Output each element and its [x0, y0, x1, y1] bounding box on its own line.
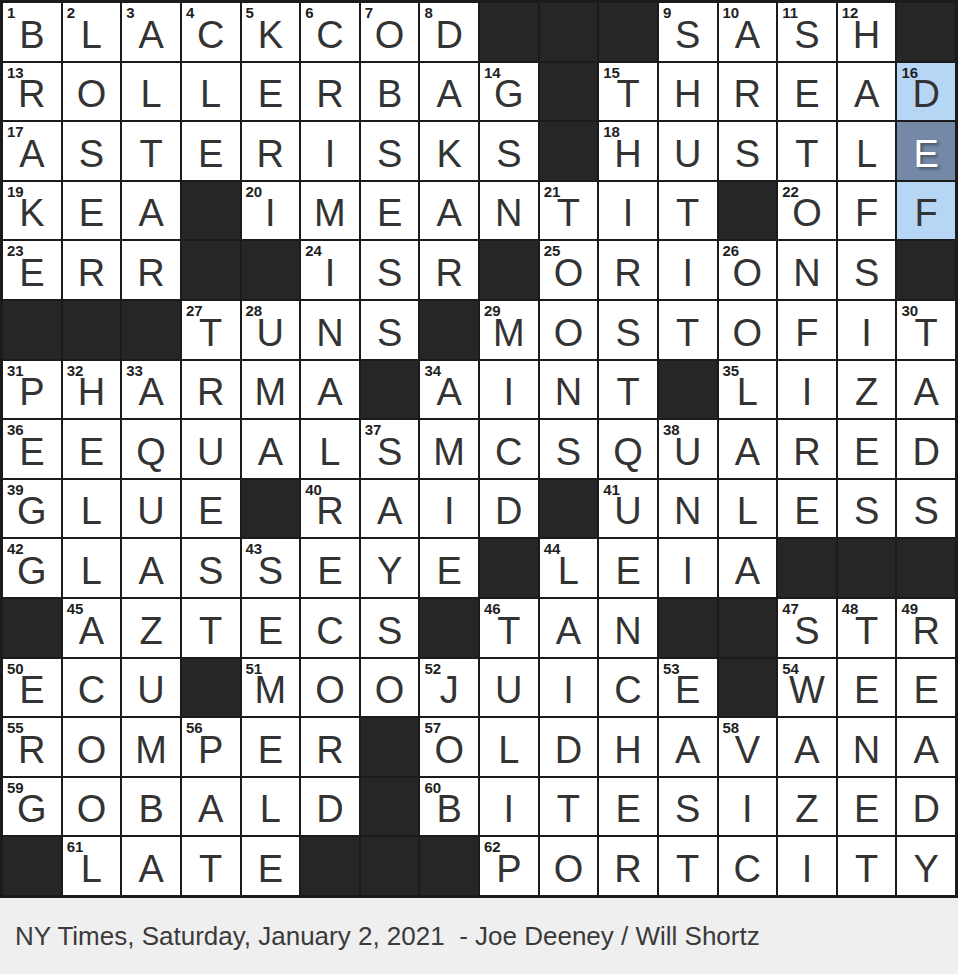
cell-letter: T: [480, 612, 538, 650]
cell-letter: S: [599, 314, 657, 352]
black-cell: [361, 778, 419, 836]
grid-cell[interactable]: 29M: [480, 301, 538, 359]
grid-cell[interactable]: S: [361, 241, 419, 299]
cell-letter: L: [63, 850, 121, 888]
grid-cell[interactable]: H: [659, 63, 717, 121]
grid-cell[interactable]: R: [242, 122, 300, 180]
cell-letter: U: [599, 492, 657, 530]
grid-cell[interactable]: E: [838, 420, 896, 478]
grid-cell[interactable]: S: [599, 301, 657, 359]
cell-letter: S: [480, 135, 538, 173]
cell-letter: J: [420, 671, 478, 709]
cell-letter: R: [122, 254, 180, 292]
cell-letter: E: [361, 194, 419, 232]
grid-cell[interactable]: R: [599, 241, 657, 299]
grid-cell[interactable]: 31P: [3, 361, 61, 419]
grid-cell[interactable]: U: [182, 420, 240, 478]
cell-letter: C: [63, 671, 121, 709]
grid-cell[interactable]: 14G: [480, 63, 538, 121]
cell-letter: R: [599, 254, 657, 292]
grid-cell[interactable]: I: [719, 778, 777, 836]
cell-letter: O: [540, 254, 598, 292]
cell-letter: Y: [361, 552, 419, 590]
grid-cell[interactable]: B: [361, 63, 419, 121]
grid-cell[interactable]: O: [301, 659, 359, 717]
grid-cell[interactable]: M: [122, 718, 180, 776]
cell-letter: D: [897, 790, 955, 828]
grid-cell[interactable]: S: [182, 539, 240, 597]
grid-cell[interactable]: T: [778, 122, 836, 180]
grid-cell[interactable]: L: [182, 63, 240, 121]
cell-letter: I: [599, 194, 657, 232]
grid-cell[interactable]: 58V: [719, 718, 777, 776]
cell-letter: Q: [122, 433, 180, 471]
cell-letter: T: [838, 612, 896, 650]
black-cell: [540, 122, 598, 180]
grid-cell[interactable]: 22O: [778, 182, 836, 240]
grid-cell[interactable]: A: [838, 63, 896, 121]
cell-letter: A: [301, 373, 359, 411]
grid-cell[interactable]: 44L: [540, 539, 598, 597]
crossword-grid: 1B2L3A4C5K6C7O8D9S10A11S12H13ROLLERBA14G…: [0, 0, 958, 898]
grid-cell[interactable]: 24I: [301, 241, 359, 299]
grid-cell[interactable]: C: [719, 837, 777, 895]
grid-cell[interactable]: N: [480, 182, 538, 240]
grid-cell[interactable]: A: [182, 778, 240, 836]
grid-cell[interactable]: N: [778, 241, 836, 299]
grid-cell[interactable]: S: [719, 122, 777, 180]
grid-cell[interactable]: U: [122, 480, 180, 538]
grid-cell[interactable]: N: [659, 480, 717, 538]
grid-cell[interactable]: C: [301, 599, 359, 657]
cell-letter: H: [838, 16, 896, 54]
cell-letter: L: [719, 373, 777, 411]
grid-cell[interactable]: S: [480, 122, 538, 180]
grid-cell[interactable]: 38U: [659, 420, 717, 478]
grid-cell[interactable]: 62P: [480, 837, 538, 895]
grid-cell[interactable]: O: [63, 778, 121, 836]
cell-letter: I: [719, 790, 777, 828]
grid-cell[interactable]: F: [838, 182, 896, 240]
cell-letter: I: [838, 314, 896, 352]
cell-letter: O: [420, 731, 478, 769]
grid-cell[interactable]: E: [778, 480, 836, 538]
grid-cell[interactable]: I: [659, 241, 717, 299]
cell-letter: S: [361, 433, 419, 471]
grid-cell[interactable]: 20I: [242, 182, 300, 240]
grid-cell[interactable]: O: [63, 718, 121, 776]
grid-cell[interactable]: E: [361, 182, 419, 240]
grid-cell[interactable]: 40R: [301, 480, 359, 538]
grid-cell[interactable]: I: [778, 837, 836, 895]
grid-cell[interactable]: Y: [897, 837, 955, 895]
grid-cell[interactable]: 4C: [182, 3, 240, 61]
grid-cell[interactable]: D: [480, 480, 538, 538]
cell-letter: I: [301, 135, 359, 173]
black-cell: [897, 3, 955, 61]
grid-cell[interactable]: 42G: [3, 539, 61, 597]
grid-cell[interactable]: A: [897, 361, 955, 419]
grid-cell[interactable]: N: [540, 361, 598, 419]
grid-cell[interactable]: T: [182, 599, 240, 657]
cell-letter: E: [63, 194, 121, 232]
cell-letter: P: [480, 850, 538, 888]
grid-cell[interactable]: U: [122, 659, 180, 717]
cell-letter: K: [420, 135, 478, 173]
grid-cell[interactable]: 55R: [3, 718, 61, 776]
black-cell: [480, 539, 538, 597]
grid-cell[interactable]: D: [301, 778, 359, 836]
grid-cell[interactable]: 6C: [301, 3, 359, 61]
grid-cell[interactable]: L: [301, 420, 359, 478]
grid-cell[interactable]: R: [122, 241, 180, 299]
cell-letter: N: [778, 254, 836, 292]
grid-cell[interactable]: C: [599, 659, 657, 717]
grid-cell[interactable]: 47S: [778, 599, 836, 657]
cell-letter: S: [778, 612, 836, 650]
grid-cell[interactable]: 45A: [63, 599, 121, 657]
grid-cell[interactable]: S: [897, 480, 955, 538]
grid-cell[interactable]: S: [659, 778, 717, 836]
cell-letter: E: [778, 75, 836, 113]
grid-cell[interactable]: I: [838, 301, 896, 359]
grid-cell[interactable]: T: [122, 122, 180, 180]
cell-letter: A: [182, 790, 240, 828]
grid-cell[interactable]: 39G: [3, 480, 61, 538]
grid-cell[interactable]: 35L: [719, 361, 777, 419]
grid-cell[interactable]: S: [540, 420, 598, 478]
grid-cell[interactable]: I: [599, 182, 657, 240]
cell-letter: C: [480, 433, 538, 471]
grid-cell[interactable]: I: [420, 480, 478, 538]
grid-cell[interactable]: T: [182, 837, 240, 895]
cell-letter: N: [838, 731, 896, 769]
black-cell: [540, 3, 598, 61]
cell-letter: T: [540, 194, 598, 232]
cell-letter: O: [63, 731, 121, 769]
grid-cell[interactable]: Y: [361, 539, 419, 597]
grid-cell[interactable]: A: [242, 420, 300, 478]
grid-cell[interactable]: A: [420, 182, 478, 240]
cell-letter: S: [242, 552, 300, 590]
cell-letter: O: [361, 671, 419, 709]
grid-cell[interactable]: I: [301, 122, 359, 180]
grid-cell[interactable]: I: [540, 659, 598, 717]
grid-cell[interactable]: L: [63, 539, 121, 597]
black-cell: [63, 301, 121, 359]
grid-cell[interactable]: F: [778, 301, 836, 359]
grid-cell[interactable]: C: [63, 659, 121, 717]
cell-letter: A: [838, 75, 896, 113]
grid-cell[interactable]: 36E: [3, 420, 61, 478]
grid-cell[interactable]: Z: [778, 778, 836, 836]
cell-letter: G: [3, 492, 61, 530]
cell-letter: Q: [599, 433, 657, 471]
grid-cell[interactable]: 15T: [599, 63, 657, 121]
grid-cell[interactable]: A: [420, 63, 478, 121]
grid-cell[interactable]: O: [540, 837, 598, 895]
grid-cell[interactable]: R: [301, 718, 359, 776]
grid-cell[interactable]: 21T: [540, 182, 598, 240]
cell-letter: E: [182, 135, 240, 173]
grid-cell[interactable]: N: [838, 718, 896, 776]
grid-cell[interactable]: L: [719, 480, 777, 538]
cell-letter: T: [659, 314, 717, 352]
puzzle-caption: NY Times, Saturday, January 2, 2021 - Jo…: [0, 898, 958, 974]
grid-cell[interactable]: E: [838, 659, 896, 717]
grid-cell[interactable]: U: [659, 122, 717, 180]
cell-letter: S: [361, 254, 419, 292]
grid-cell[interactable]: 13R: [3, 63, 61, 121]
grid-cell[interactable]: 46T: [480, 599, 538, 657]
grid-cell[interactable]: I: [778, 361, 836, 419]
grid-cell[interactable]: 17A: [3, 122, 61, 180]
grid-cell[interactable]: A: [122, 837, 180, 895]
black-cell: [3, 301, 61, 359]
grid-cell[interactable]: I: [480, 361, 538, 419]
cell-letter: Z: [122, 612, 180, 650]
grid-cell[interactable]: L: [122, 63, 180, 121]
grid-cell[interactable]: R: [63, 241, 121, 299]
grid-cell[interactable]: E: [778, 63, 836, 121]
grid-cell[interactable]: E: [838, 778, 896, 836]
grid-cell[interactable]: S: [361, 301, 419, 359]
grid-cell[interactable]: E: [242, 599, 300, 657]
grid-cell[interactable]: R: [182, 361, 240, 419]
grid-cell[interactable]: 30T: [897, 301, 955, 359]
cell-letter: E: [3, 433, 61, 471]
black-cell: [182, 182, 240, 240]
grid-cell[interactable]: A: [301, 361, 359, 419]
grid-cell[interactable]: D: [540, 718, 598, 776]
grid-cell[interactable]: A: [897, 718, 955, 776]
grid-cell[interactable]: 60B: [420, 778, 478, 836]
grid-cell[interactable]: 61L: [63, 837, 121, 895]
grid-cell[interactable]: 3A: [122, 3, 180, 61]
grid-cell[interactable]: R: [301, 63, 359, 121]
cell-letter: E: [838, 790, 896, 828]
grid-cell[interactable]: B: [122, 778, 180, 836]
grid-cell[interactable]: 34A: [420, 361, 478, 419]
grid-cell[interactable]: D: [897, 778, 955, 836]
grid-cell[interactable]: 43S: [242, 539, 300, 597]
grid-cell[interactable]: M: [301, 182, 359, 240]
cell-letter: Z: [838, 373, 896, 411]
grid-cell[interactable]: O: [719, 301, 777, 359]
grid-cell[interactable]: L: [242, 778, 300, 836]
grid-cell[interactable]: 54W: [778, 659, 836, 717]
grid-cell[interactable]: T: [540, 778, 598, 836]
cell-letter: S: [778, 16, 836, 54]
grid-cell[interactable]: L: [63, 480, 121, 538]
grid-cell[interactable]: E: [897, 122, 955, 180]
grid-cell[interactable]: 59G: [3, 778, 61, 836]
grid-cell[interactable]: 27T: [182, 301, 240, 359]
grid-cell[interactable]: I: [480, 778, 538, 836]
cell-letter: E: [301, 552, 359, 590]
grid-cell[interactable]: U: [480, 659, 538, 717]
grid-cell[interactable]: A: [361, 480, 419, 538]
grid-cell[interactable]: O: [63, 63, 121, 121]
cell-letter: D: [480, 492, 538, 530]
black-cell: [361, 837, 419, 895]
grid-cell[interactable]: Z: [838, 361, 896, 419]
cell-letter: A: [897, 373, 955, 411]
cell-letter: O: [719, 314, 777, 352]
grid-cell[interactable]: A: [122, 539, 180, 597]
black-cell: [599, 3, 657, 61]
grid-cell[interactable]: 18H: [599, 122, 657, 180]
cell-letter: E: [182, 492, 240, 530]
cell-letter: M: [242, 373, 300, 411]
grid-cell[interactable]: R: [719, 63, 777, 121]
cell-letter: R: [599, 850, 657, 888]
grid-cell[interactable]: Q: [122, 420, 180, 478]
grid-cell[interactable]: 2L: [63, 3, 121, 61]
grid-cell[interactable]: L: [480, 718, 538, 776]
grid-cell[interactable]: E: [301, 539, 359, 597]
grid-cell[interactable]: 23E: [3, 241, 61, 299]
grid-cell[interactable]: 5K: [242, 3, 300, 61]
grid-cell[interactable]: E: [599, 539, 657, 597]
cell-letter: R: [719, 75, 777, 113]
grid-cell[interactable]: E: [897, 659, 955, 717]
grid-cell[interactable]: 53E: [659, 659, 717, 717]
grid-cell[interactable]: E: [182, 122, 240, 180]
grid-cell[interactable]: E: [63, 182, 121, 240]
cell-letter: R: [3, 731, 61, 769]
cell-letter: S: [361, 612, 419, 650]
grid-cell[interactable]: 1B: [3, 3, 61, 61]
grid-cell[interactable]: 49R: [897, 599, 955, 657]
cell-letter: I: [420, 492, 478, 530]
grid-cell[interactable]: 12H: [838, 3, 896, 61]
grid-cell[interactable]: 50E: [3, 659, 61, 717]
grid-cell[interactable]: O: [361, 659, 419, 717]
cell-letter: A: [122, 850, 180, 888]
cell-letter: T: [182, 850, 240, 888]
grid-cell[interactable]: H: [599, 718, 657, 776]
grid-cell[interactable]: N: [599, 599, 657, 657]
grid-cell[interactable]: S: [838, 241, 896, 299]
grid-cell[interactable]: T: [659, 182, 717, 240]
grid-cell[interactable]: 37S: [361, 420, 419, 478]
grid-cell[interactable]: Q: [599, 420, 657, 478]
grid-cell[interactable]: S: [63, 122, 121, 180]
cell-letter: G: [3, 552, 61, 590]
grid-cell[interactable]: Z: [122, 599, 180, 657]
grid-cell[interactable]: 51M: [242, 659, 300, 717]
grid-cell[interactable]: 26O: [719, 241, 777, 299]
grid-cell[interactable]: M: [242, 361, 300, 419]
cell-letter: C: [301, 612, 359, 650]
grid-cell[interactable]: A: [540, 599, 598, 657]
grid-cell[interactable]: F: [897, 182, 955, 240]
grid-cell[interactable]: 7O: [361, 3, 419, 61]
cell-letter: D: [540, 731, 598, 769]
grid-cell[interactable]: E: [63, 420, 121, 478]
grid-cell[interactable]: 52J: [420, 659, 478, 717]
cell-letter: I: [480, 790, 538, 828]
grid-cell[interactable]: R: [778, 420, 836, 478]
grid-cell[interactable]: 56P: [182, 718, 240, 776]
cell-letter: O: [719, 254, 777, 292]
grid-cell[interactable]: D: [897, 420, 955, 478]
grid-cell[interactable]: A: [122, 182, 180, 240]
grid-cell[interactable]: 28U: [242, 301, 300, 359]
black-cell: [242, 480, 300, 538]
grid-cell[interactable]: A: [719, 539, 777, 597]
grid-cell[interactable]: 32H: [63, 361, 121, 419]
cell-letter: A: [420, 194, 478, 232]
grid-cell[interactable]: M: [420, 420, 478, 478]
cell-letter: S: [540, 433, 598, 471]
grid-cell[interactable]: A: [659, 718, 717, 776]
grid-cell[interactable]: A: [719, 420, 777, 478]
grid-cell[interactable]: K: [420, 122, 478, 180]
grid-cell[interactable]: 41U: [599, 480, 657, 538]
grid-cell[interactable]: 33A: [122, 361, 180, 419]
grid-cell[interactable]: E: [420, 539, 478, 597]
grid-cell[interactable]: 57O: [420, 718, 478, 776]
cell-letter: D: [897, 75, 955, 113]
cell-letter: U: [182, 433, 240, 471]
grid-cell[interactable]: 19K: [3, 182, 61, 240]
grid-cell[interactable]: T: [659, 837, 717, 895]
grid-cell[interactable]: S: [361, 122, 419, 180]
grid-cell[interactable]: 25O: [540, 241, 598, 299]
grid-cell[interactable]: T: [599, 361, 657, 419]
cell-letter: F: [778, 314, 836, 352]
cell-letter: M: [122, 731, 180, 769]
black-cell: [719, 182, 777, 240]
grid-cell[interactable]: N: [301, 301, 359, 359]
grid-cell[interactable]: R: [420, 241, 478, 299]
grid-cell[interactable]: E: [599, 778, 657, 836]
grid-cell[interactable]: 8D: [420, 3, 478, 61]
grid-cell[interactable]: T: [838, 837, 896, 895]
grid-cell[interactable]: S: [838, 480, 896, 538]
cell-letter: Z: [778, 790, 836, 828]
grid-cell[interactable]: E: [182, 480, 240, 538]
cell-letter: E: [599, 552, 657, 590]
grid-cell[interactable]: S: [361, 599, 419, 657]
grid-cell[interactable]: A: [778, 718, 836, 776]
black-cell: [361, 361, 419, 419]
grid-cell[interactable]: R: [599, 837, 657, 895]
cell-letter: U: [122, 671, 180, 709]
grid-cell[interactable]: 11S: [778, 3, 836, 61]
grid-cell[interactable]: 9S: [659, 3, 717, 61]
cell-letter: U: [659, 433, 717, 471]
grid-cell[interactable]: 16D: [897, 63, 955, 121]
grid-cell[interactable]: I: [659, 539, 717, 597]
grid-cell[interactable]: E: [242, 63, 300, 121]
grid-cell[interactable]: C: [480, 420, 538, 478]
grid-cell[interactable]: O: [540, 301, 598, 359]
cell-letter: N: [480, 194, 538, 232]
cell-letter: V: [719, 731, 777, 769]
black-cell: [719, 599, 777, 657]
grid-cell[interactable]: E: [242, 718, 300, 776]
grid-cell[interactable]: E: [242, 837, 300, 895]
grid-cell[interactable]: L: [838, 122, 896, 180]
cell-letter: L: [301, 433, 359, 471]
grid-cell[interactable]: 10A: [719, 3, 777, 61]
grid-cell[interactable]: T: [659, 301, 717, 359]
cell-letter: T: [659, 194, 717, 232]
grid-cell[interactable]: 48T: [838, 599, 896, 657]
